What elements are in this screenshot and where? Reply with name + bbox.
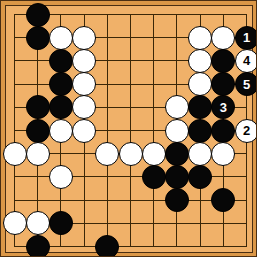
stone-black[interactable]	[165, 165, 189, 189]
move-number-label: 5	[243, 78, 250, 91]
stone-white[interactable]	[49, 119, 73, 143]
stone-black[interactable]	[188, 165, 212, 189]
stone-white[interactable]	[188, 26, 212, 50]
stone-white[interactable]	[95, 142, 119, 166]
stone-black[interactable]	[26, 235, 50, 257]
stone-black[interactable]	[188, 119, 212, 143]
stone-white[interactable]	[211, 142, 235, 166]
stone-white[interactable]	[72, 49, 96, 73]
stone-white[interactable]	[3, 142, 27, 166]
stone-white[interactable]	[188, 72, 212, 96]
stone-black[interactable]	[211, 119, 235, 143]
move-number-label: 4	[243, 54, 250, 67]
stone-black[interactable]	[26, 26, 50, 50]
stone-white[interactable]	[26, 142, 50, 166]
stone-black[interactable]: 1	[235, 26, 258, 50]
stone-black[interactable]	[165, 142, 189, 166]
stone-black[interactable]	[95, 235, 119, 257]
stone-white[interactable]	[119, 142, 143, 166]
stone-white[interactable]	[165, 119, 189, 143]
stone-white[interactable]	[49, 26, 73, 50]
move-number-label: 2	[243, 124, 250, 137]
stone-white[interactable]: 2	[235, 119, 258, 143]
stone-black[interactable]	[26, 119, 50, 143]
stone-white[interactable]	[49, 165, 73, 189]
stone-white[interactable]: 4	[235, 49, 258, 73]
grid-vline	[153, 14, 154, 247]
stone-white[interactable]	[211, 26, 235, 50]
go-board[interactable]: 14532	[0, 0, 257, 257]
stone-black[interactable]	[49, 49, 73, 73]
move-number-label: 3	[220, 101, 227, 114]
stone-black[interactable]: 5	[235, 72, 258, 96]
stone-white[interactable]	[72, 26, 96, 50]
move-number-label: 1	[243, 31, 250, 44]
stone-white[interactable]	[188, 49, 212, 73]
stone-white[interactable]	[188, 142, 212, 166]
stone-white[interactable]	[26, 211, 50, 235]
stone-white[interactable]	[142, 142, 166, 166]
stone-black[interactable]	[26, 95, 50, 119]
stone-black[interactable]	[26, 3, 50, 27]
stone-white[interactable]	[3, 211, 27, 235]
stone-black[interactable]	[165, 188, 189, 212]
stone-white[interactable]	[72, 119, 96, 143]
stone-black[interactable]	[49, 72, 73, 96]
stone-black[interactable]	[142, 165, 166, 189]
stone-white[interactable]	[72, 72, 96, 96]
